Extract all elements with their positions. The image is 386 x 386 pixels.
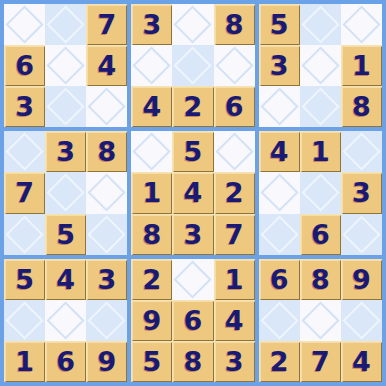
cell-value: 7: [311, 348, 330, 375]
cell-r9c2[interactable]: 6: [45, 341, 86, 382]
cell-r8c5[interactable]: 6: [172, 300, 213, 341]
cell-value: 4: [56, 266, 75, 293]
cell-r9c7[interactable]: 2: [259, 341, 300, 382]
cell-r1c1[interactable]: [4, 4, 45, 45]
cell-value: 3: [225, 348, 244, 375]
cell-r8c8[interactable]: [300, 300, 341, 341]
box-1: 7643: [4, 4, 127, 127]
cell-r4c3[interactable]: 8: [86, 131, 127, 172]
cell-r7c1[interactable]: 5: [4, 259, 45, 300]
cell-r6c8[interactable]: 6: [300, 214, 341, 255]
cell-r3c8[interactable]: [300, 86, 341, 127]
cell-value: 5: [270, 11, 289, 38]
cell-value: 2: [142, 266, 161, 293]
cell-r5c6[interactable]: 2: [214, 172, 255, 213]
diamond-pattern: [133, 133, 171, 171]
diamond-pattern: [88, 301, 126, 339]
cell-r3c9[interactable]: 8: [341, 86, 382, 127]
diamond-pattern: [46, 174, 84, 212]
diamond-pattern: [301, 174, 339, 212]
cell-r2c3[interactable]: 4: [86, 45, 127, 86]
cell-value: 3: [352, 179, 371, 206]
cell-r9c1[interactable]: 1: [4, 341, 45, 382]
cell-r7c5[interactable]: [172, 259, 213, 300]
cell-r5c8[interactable]: [300, 172, 341, 213]
diamond-pattern: [88, 215, 126, 253]
cell-value: 6: [15, 52, 34, 79]
cell-value: 5: [56, 221, 75, 248]
diamond-pattern: [46, 5, 84, 43]
cell-r7c3[interactable]: 3: [86, 259, 127, 300]
cell-value: 1: [352, 52, 371, 79]
cell-value: 8: [97, 138, 116, 165]
cell-r2c2[interactable]: [45, 45, 86, 86]
cell-value: 3: [184, 221, 203, 248]
cell-r9c4[interactable]: 5: [131, 341, 172, 382]
diamond-pattern: [301, 88, 339, 126]
diamond-pattern: [215, 133, 253, 171]
cell-value: 6: [56, 348, 75, 375]
cell-r1c9[interactable]: [341, 4, 382, 45]
diamond-pattern: [88, 88, 126, 126]
cell-r6c4[interactable]: 8: [131, 214, 172, 255]
cell-r8c1[interactable]: [4, 300, 45, 341]
cell-r6c9[interactable]: [341, 214, 382, 255]
cell-value: 4: [270, 138, 289, 165]
cell-r8c9[interactable]: [341, 300, 382, 341]
diamond-pattern: [260, 174, 298, 212]
diamond-pattern: [88, 174, 126, 212]
diamond-pattern: [215, 46, 253, 84]
cell-value: 1: [311, 138, 330, 165]
diamond-pattern: [133, 46, 171, 84]
cell-r9c9[interactable]: 4: [341, 341, 382, 382]
cell-r4c7[interactable]: 4: [259, 131, 300, 172]
diamond-pattern: [301, 46, 339, 84]
cell-r5c5[interactable]: 4: [172, 172, 213, 213]
cell-r5c1[interactable]: 7: [4, 172, 45, 213]
cell-r8c6[interactable]: 4: [214, 300, 255, 341]
cell-r4c9[interactable]: [341, 131, 382, 172]
cell-value: 2: [225, 179, 244, 206]
cell-r3c4[interactable]: 4: [131, 86, 172, 127]
diamond-pattern: [342, 5, 380, 43]
diamond-pattern: [301, 5, 339, 43]
cell-r8c4[interactable]: 9: [131, 300, 172, 341]
cell-r1c6[interactable]: 8: [214, 4, 255, 45]
cell-r3c6[interactable]: 6: [214, 86, 255, 127]
cell-value: 3: [97, 266, 116, 293]
diamond-pattern: [260, 215, 298, 253]
box-5: 5142837: [131, 131, 254, 254]
cell-r2c4[interactable]: [131, 45, 172, 86]
cell-value: 8: [184, 348, 203, 375]
cell-value: 4: [97, 52, 116, 79]
cell-r5c7[interactable]: [259, 172, 300, 213]
cell-r7c8[interactable]: 8: [300, 259, 341, 300]
cell-r4c8[interactable]: 1: [300, 131, 341, 172]
cell-r5c2[interactable]: [45, 172, 86, 213]
cell-r3c3[interactable]: [86, 86, 127, 127]
cell-value: 6: [184, 307, 203, 334]
cell-r9c3[interactable]: 9: [86, 341, 127, 382]
cell-r3c1[interactable]: 3: [4, 86, 45, 127]
cell-value: 7: [97, 11, 116, 38]
cell-r7c9[interactable]: 9: [341, 259, 382, 300]
cell-value: 8: [311, 266, 330, 293]
diamond-pattern: [46, 46, 84, 84]
cell-value: 5: [184, 138, 203, 165]
cell-r8c2[interactable]: [45, 300, 86, 341]
cell-value: 1: [225, 266, 244, 293]
cell-value: 5: [15, 266, 34, 293]
cell-r9c6[interactable]: 3: [214, 341, 255, 382]
cell-value: 8: [352, 93, 371, 120]
diamond-pattern: [46, 301, 84, 339]
cell-r6c2[interactable]: 5: [45, 214, 86, 255]
cell-r2c5[interactable]: [172, 45, 213, 86]
cell-r2c9[interactable]: 1: [341, 45, 382, 86]
cell-r1c7[interactable]: 5: [259, 4, 300, 45]
cell-r4c2[interactable]: 3: [45, 131, 86, 172]
cell-value: 7: [225, 221, 244, 248]
diamond-pattern: [174, 260, 212, 298]
cell-value: 4: [225, 307, 244, 334]
cell-r1c3[interactable]: 7: [86, 4, 127, 45]
cell-value: 1: [15, 348, 34, 375]
cell-r9c8[interactable]: 7: [300, 341, 341, 382]
cell-r4c4[interactable]: [131, 131, 172, 172]
diamond-pattern: [46, 88, 84, 126]
diamond-pattern: [5, 301, 43, 339]
cell-r5c4[interactable]: 1: [131, 172, 172, 213]
cell-r2c6[interactable]: [214, 45, 255, 86]
cell-r4c1[interactable]: [4, 131, 45, 172]
cell-r6c6[interactable]: 7: [214, 214, 255, 255]
box-4: 3875: [4, 131, 127, 254]
cell-r7c7[interactable]: 6: [259, 259, 300, 300]
diamond-pattern: [342, 215, 380, 253]
cell-r2c7[interactable]: 3: [259, 45, 300, 86]
cell-r6c1[interactable]: [4, 214, 45, 255]
cell-r7c4[interactable]: 2: [131, 259, 172, 300]
cell-r4c6[interactable]: [214, 131, 255, 172]
diamond-pattern: [342, 133, 380, 171]
box-2: 38426: [131, 4, 254, 127]
cell-r3c2[interactable]: [45, 86, 86, 127]
cell-value: 7: [15, 179, 34, 206]
cell-value: 8: [225, 11, 244, 38]
cell-value: 9: [352, 266, 371, 293]
diamond-pattern: [5, 5, 43, 43]
cell-value: 1: [142, 179, 161, 206]
box-6: 4136: [259, 131, 382, 254]
cell-r5c9[interactable]: 3: [341, 172, 382, 213]
cell-r4c5[interactable]: 5: [172, 131, 213, 172]
cell-value: 6: [270, 266, 289, 293]
cell-r7c6[interactable]: 1: [214, 259, 255, 300]
diamond-pattern: [5, 215, 43, 253]
diamond-pattern: [301, 301, 339, 339]
cell-value: 2: [184, 93, 203, 120]
cell-r6c5[interactable]: 3: [172, 214, 213, 255]
cell-value: 6: [311, 221, 330, 248]
cell-r1c8[interactable]: [300, 4, 341, 45]
cell-value: 3: [142, 11, 161, 38]
cell-r3c5[interactable]: 2: [172, 86, 213, 127]
cell-value: 4: [184, 179, 203, 206]
diamond-pattern: [342, 301, 380, 339]
cell-r8c3[interactable]: [86, 300, 127, 341]
cell-r5c3[interactable]: [86, 172, 127, 213]
cell-r6c7[interactable]: [259, 214, 300, 255]
cell-value: 9: [142, 307, 161, 334]
diamond-pattern: [174, 46, 212, 84]
cell-r2c1[interactable]: 6: [4, 45, 45, 86]
cell-value: 4: [352, 348, 371, 375]
cell-r7c2[interactable]: 4: [45, 259, 86, 300]
cell-r1c4[interactable]: 3: [131, 4, 172, 45]
cell-r2c8[interactable]: [300, 45, 341, 86]
box-8: 21964583: [131, 259, 254, 382]
diamond-pattern: [174, 5, 212, 43]
cell-value: 5: [142, 348, 161, 375]
sudoku-board: 7643384265318387551428374136543169219645…: [0, 0, 386, 386]
cell-r9c5[interactable]: 8: [172, 341, 213, 382]
diamond-pattern: [5, 133, 43, 171]
cell-value: 6: [225, 93, 244, 120]
diamond-pattern: [260, 301, 298, 339]
cell-value: 9: [97, 348, 116, 375]
cell-r3c7[interactable]: [259, 86, 300, 127]
cell-r8c7[interactable]: [259, 300, 300, 341]
cell-value: 8: [142, 221, 161, 248]
cell-value: 3: [56, 138, 75, 165]
cell-value: 3: [15, 93, 34, 120]
cell-r6c3[interactable]: [86, 214, 127, 255]
cell-r1c5[interactable]: [172, 4, 213, 45]
cell-value: 2: [270, 348, 289, 375]
diamond-pattern: [260, 88, 298, 126]
box-3: 5318: [259, 4, 382, 127]
cell-r1c2[interactable]: [45, 4, 86, 45]
cell-value: 4: [142, 93, 161, 120]
box-7: 543169: [4, 259, 127, 382]
cell-value: 3: [270, 52, 289, 79]
box-9: 689274: [259, 259, 382, 382]
